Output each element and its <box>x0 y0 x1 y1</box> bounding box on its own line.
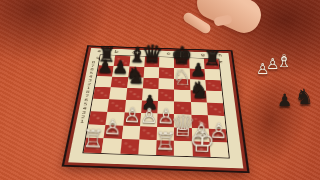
square-b6 <box>111 76 128 88</box>
square-f1 <box>174 141 192 156</box>
square-c7 <box>128 66 144 77</box>
square-f2: ♕ <box>174 127 192 141</box>
square-g6 <box>190 79 206 91</box>
square-f6: ♘ <box>174 79 190 91</box>
square-a7: ♟ <box>97 65 114 76</box>
square-h8: ♜ <box>204 59 220 70</box>
table-scene: abcdefgh abcdefgh 87654321 87654321 ♜♝♛♚… <box>0 0 320 180</box>
square-f5 <box>174 90 190 102</box>
square-c8: ♝ <box>129 56 145 67</box>
square-c2 <box>121 125 140 139</box>
square-g7: ♟ <box>189 68 205 79</box>
square-h3 <box>208 115 226 129</box>
square-d2 <box>139 126 157 140</box>
square-b1 <box>102 139 122 154</box>
square-a6 <box>95 76 112 88</box>
captured-black-pawn: ♟ <box>277 92 292 109</box>
square-b2: ♙ <box>104 125 123 139</box>
square-e6 <box>158 78 174 90</box>
square-a8: ♜ <box>99 55 115 66</box>
square-c4 <box>124 100 142 113</box>
square-h1 <box>209 142 228 157</box>
captured-black-knight: ♞ <box>295 87 314 108</box>
square-e2 <box>157 127 175 141</box>
square-g3 <box>191 115 209 129</box>
square-h6 <box>205 80 222 92</box>
square-d3: ♙ <box>140 113 158 127</box>
square-b7: ♟ <box>112 66 129 77</box>
square-c3: ♙ <box>123 112 141 126</box>
square-d5 <box>142 89 159 101</box>
square-d1 <box>138 140 157 155</box>
square-a5 <box>93 87 111 99</box>
piece-black-rook-h8: ♜ <box>203 48 222 69</box>
chess-board: abcdefgh abcdefgh 87654321 87654321 ♜♝♛♚… <box>64 46 247 171</box>
square-d6 <box>143 77 159 89</box>
square-e1: ♖ <box>156 140 174 155</box>
square-a1: ♖ <box>84 138 104 153</box>
square-f4 <box>174 102 191 115</box>
square-a3 <box>89 111 108 125</box>
square-g2: ♙ <box>191 128 209 142</box>
square-g4 <box>190 102 207 115</box>
square-b5 <box>109 88 126 100</box>
square-d8: ♛ <box>144 57 159 68</box>
square-d4: ♟ <box>141 100 158 113</box>
square-e5 <box>158 89 174 101</box>
square-h4 <box>207 103 225 116</box>
square-f8: ♚ <box>174 58 189 69</box>
board-frame: abcdefgh abcdefgh 87654321 87654321 ♜♝♛♚… <box>64 46 247 171</box>
square-b8 <box>114 56 130 67</box>
square-g5: ♞ <box>190 90 207 102</box>
square-c1 <box>120 139 139 154</box>
square-b3 <box>106 112 125 126</box>
square-a2 <box>86 124 106 138</box>
square-b4 <box>108 99 126 112</box>
square-f3 <box>174 114 191 128</box>
square-e3: ♙ <box>157 113 174 127</box>
square-c5 <box>126 88 143 100</box>
square-c6: ♞ <box>127 77 144 89</box>
piece-white-pawn-d3: ♙ <box>140 105 159 126</box>
board-grid: ♜♝♛♚♜♟♟♟♞♘♞♟♙♙♙♙♕♙♙♖♖♔ <box>82 55 229 159</box>
square-g1: ♔ <box>192 142 211 157</box>
square-g8 <box>189 58 204 69</box>
square-h2: ♙ <box>208 128 227 143</box>
square-d7 <box>143 67 159 78</box>
square-h7 <box>204 69 220 80</box>
square-f7 <box>174 68 189 79</box>
square-a4 <box>91 99 109 112</box>
square-e7 <box>159 67 174 78</box>
captured-white-bishop: ♗ <box>276 52 292 70</box>
square-e4 <box>158 101 175 114</box>
square-h5 <box>206 91 223 103</box>
